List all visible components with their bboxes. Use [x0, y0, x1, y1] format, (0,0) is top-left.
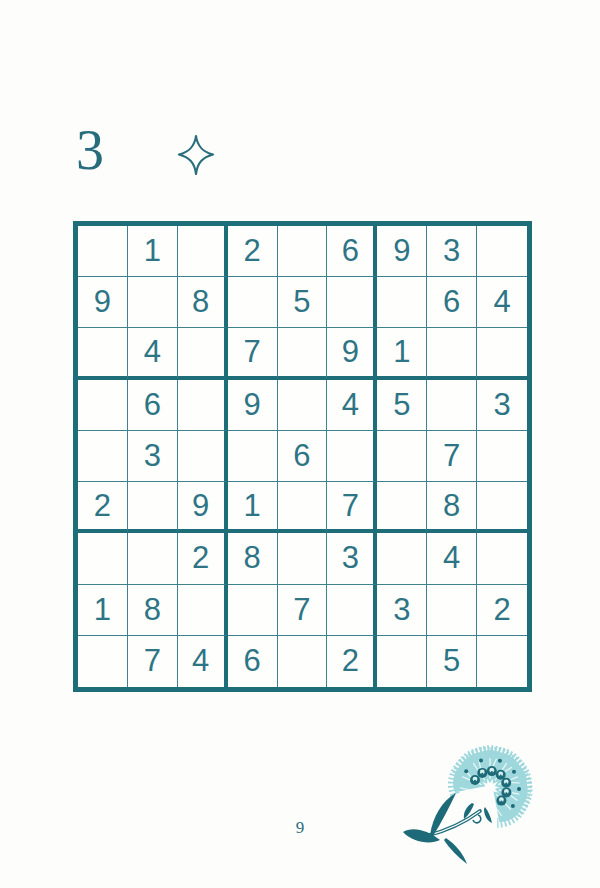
cell-r7c8[interactable]: 4	[427, 533, 477, 584]
cell-r6c7[interactable]	[377, 482, 427, 533]
cell-r4c2[interactable]: 6	[128, 380, 178, 431]
cell-r1c1[interactable]	[78, 226, 128, 277]
cell-r6c3[interactable]: 9	[178, 482, 228, 533]
cell-r8c6[interactable]	[327, 585, 377, 636]
four-pointed-star-icon	[177, 133, 215, 177]
cell-r3c1[interactable]	[78, 328, 128, 379]
cell-r5c2[interactable]: 3	[128, 431, 178, 482]
cell-r8c1[interactable]: 1	[78, 585, 128, 636]
cell-r3c9[interactable]	[477, 328, 527, 379]
cell-r9c6[interactable]: 2	[327, 636, 377, 687]
cell-r1c9[interactable]	[477, 226, 527, 277]
cell-r9c9[interactable]	[477, 636, 527, 687]
cell-r6c9[interactable]	[477, 482, 527, 533]
cell-r6c1[interactable]: 2	[78, 482, 128, 533]
cell-r1c6[interactable]: 6	[327, 226, 377, 277]
cell-r4c1[interactable]	[78, 380, 128, 431]
cell-r5c1[interactable]	[78, 431, 128, 482]
cell-r5c4[interactable]	[228, 431, 278, 482]
cell-r2c2[interactable]	[128, 277, 178, 328]
puzzle-number: 3	[76, 122, 104, 178]
cell-r2c6[interactable]	[327, 277, 377, 328]
cell-r9c3[interactable]: 4	[178, 636, 228, 687]
cell-r9c2[interactable]: 7	[128, 636, 178, 687]
cell-r3c7[interactable]: 1	[377, 328, 427, 379]
cell-r5c9[interactable]	[477, 431, 527, 482]
cell-r1c8[interactable]: 3	[427, 226, 477, 277]
cell-r9c8[interactable]: 5	[427, 636, 477, 687]
cell-r3c6[interactable]: 9	[327, 328, 377, 379]
cell-r1c2[interactable]: 1	[128, 226, 178, 277]
cell-r9c7[interactable]	[377, 636, 427, 687]
cell-r7c5[interactable]	[278, 533, 328, 584]
cell-r6c6[interactable]: 7	[327, 482, 377, 533]
cell-r5c5[interactable]: 6	[278, 431, 328, 482]
cell-r1c7[interactable]: 9	[377, 226, 427, 277]
sudoku-grid: 1269398564479169453367291782834187327462…	[73, 221, 532, 692]
cell-r2c9[interactable]: 4	[477, 277, 527, 328]
cell-r8c9[interactable]: 2	[477, 585, 527, 636]
book-page: 3 12693985644791694533672917828341873274…	[0, 0, 600, 888]
cell-r3c8[interactable]	[427, 328, 477, 379]
cell-r3c2[interactable]: 4	[128, 328, 178, 379]
cell-r4c8[interactable]	[427, 380, 477, 431]
cell-r9c1[interactable]	[78, 636, 128, 687]
cell-r9c4[interactable]: 6	[228, 636, 278, 687]
cell-r1c4[interactable]: 2	[228, 226, 278, 277]
cell-r8c5[interactable]: 7	[278, 585, 328, 636]
carnation-flower-illustration	[400, 745, 540, 875]
cell-r7c1[interactable]	[78, 533, 128, 584]
cell-r7c6[interactable]: 3	[327, 533, 377, 584]
cell-r8c3[interactable]	[178, 585, 228, 636]
cell-r4c9[interactable]: 3	[477, 380, 527, 431]
cell-r3c5[interactable]	[278, 328, 328, 379]
cell-r4c5[interactable]	[278, 380, 328, 431]
cell-r2c5[interactable]: 5	[278, 277, 328, 328]
cell-r8c2[interactable]: 8	[128, 585, 178, 636]
cell-r3c3[interactable]	[178, 328, 228, 379]
cell-r8c8[interactable]	[427, 585, 477, 636]
cell-r6c2[interactable]	[128, 482, 178, 533]
cell-r6c8[interactable]: 8	[427, 482, 477, 533]
cell-r2c1[interactable]: 9	[78, 277, 128, 328]
cell-r6c5[interactable]	[278, 482, 328, 533]
cell-r7c4[interactable]: 8	[228, 533, 278, 584]
cell-r6c4[interactable]: 1	[228, 482, 278, 533]
cell-r1c5[interactable]	[278, 226, 328, 277]
cell-r7c7[interactable]	[377, 533, 427, 584]
cell-r2c4[interactable]	[228, 277, 278, 328]
cell-r7c3[interactable]: 2	[178, 533, 228, 584]
cell-r5c6[interactable]	[327, 431, 377, 482]
cell-r3c4[interactable]: 7	[228, 328, 278, 379]
cell-r1c3[interactable]	[178, 226, 228, 277]
cell-r7c2[interactable]	[128, 533, 178, 584]
cell-r4c7[interactable]: 5	[377, 380, 427, 431]
cell-r7c9[interactable]	[477, 533, 527, 584]
cell-r5c7[interactable]	[377, 431, 427, 482]
cell-r5c3[interactable]	[178, 431, 228, 482]
cell-r8c7[interactable]: 3	[377, 585, 427, 636]
cell-r4c6[interactable]: 4	[327, 380, 377, 431]
cell-r5c8[interactable]: 7	[427, 431, 477, 482]
cell-r2c3[interactable]: 8	[178, 277, 228, 328]
cell-r2c7[interactable]	[377, 277, 427, 328]
cell-r4c4[interactable]: 9	[228, 380, 278, 431]
cell-r2c8[interactable]: 6	[427, 277, 477, 328]
cell-r8c4[interactable]	[228, 585, 278, 636]
cell-r9c5[interactable]	[278, 636, 328, 687]
cell-r4c3[interactable]	[178, 380, 228, 431]
